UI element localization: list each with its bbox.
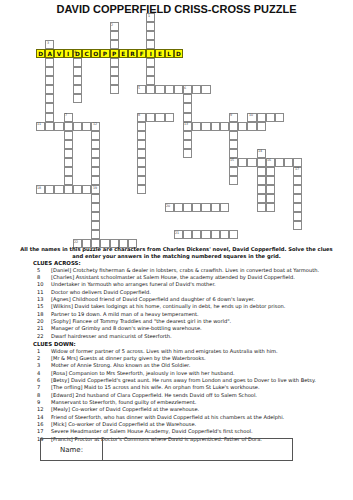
- grid-cell[interactable]: [183, 103, 192, 112]
- grid-cell[interactable]: [293, 221, 302, 230]
- cell-number: 6: [184, 86, 186, 89]
- grid-cell-prefilled: O: [91, 49, 100, 58]
- grid-cell[interactable]: [247, 158, 256, 167]
- grid-cell[interactable]: [73, 185, 82, 194]
- grid-cell-prefilled: R: [128, 49, 137, 58]
- cell-number: 19: [93, 186, 97, 189]
- grid-cell[interactable]: 2: [110, 22, 119, 31]
- grid-cell[interactable]: [183, 94, 192, 103]
- grid-cell[interactable]: [82, 185, 91, 194]
- grid-cell[interactable]: [54, 185, 63, 194]
- grid-cell[interactable]: 10: [247, 113, 256, 122]
- grid-cell-prefilled: C: [82, 49, 91, 58]
- clue-text: [Sophy] Fiancee of Tommy Traddles and "t…: [51, 318, 349, 325]
- grid-cell[interactable]: [238, 122, 247, 131]
- clue-down-7: 7[The orfling] Maid to 15 across and his…: [33, 384, 349, 391]
- grid-cell[interactable]: [64, 131, 73, 140]
- grid-cell[interactable]: [110, 76, 119, 85]
- clue-text: Mother of Annie Strong. Also known as th…: [51, 362, 349, 369]
- grid-cell[interactable]: [146, 76, 155, 85]
- grid-cell[interactable]: [192, 122, 201, 131]
- grid-cell[interactable]: [211, 230, 220, 239]
- clue-number-label: 4: [33, 370, 51, 377]
- name-label: Name:: [41, 439, 103, 460]
- grid-cell[interactable]: [64, 185, 73, 194]
- clue-down-4: 4[Rosa] Companion to Mrs Steerforth, jea…: [33, 370, 349, 377]
- grid-cell[interactable]: [266, 185, 275, 194]
- grid-cell[interactable]: [73, 122, 82, 131]
- grid-cell[interactable]: [64, 122, 73, 131]
- grid-cell[interactable]: [174, 85, 183, 94]
- crisscross-grid: 123DAVI4DCOPPERFIELD56789101112131415161…: [36, 13, 302, 248]
- prefilled-letter: A: [46, 50, 53, 57]
- grid-cell[interactable]: [54, 122, 63, 131]
- grid-cell[interactable]: [266, 113, 275, 122]
- clue-number-label: 11: [33, 289, 51, 296]
- grid-cell[interactable]: [183, 131, 192, 140]
- grid-cell[interactable]: [229, 131, 238, 140]
- clue-down-3: 3Mother of Annie Strong. Also known as t…: [33, 362, 349, 369]
- grid-cell[interactable]: [73, 94, 82, 103]
- grid-cell[interactable]: [257, 203, 266, 212]
- clue-down-17: 17Severe Headmaster of Salem House Acade…: [33, 428, 349, 435]
- grid-cell[interactable]: 13: [183, 122, 192, 131]
- grid-cell[interactable]: [137, 140, 146, 149]
- grid-cell[interactable]: [155, 113, 164, 122]
- clue-down-6: 6[Betsy] David Copperfield's great aunt.…: [33, 377, 349, 384]
- grid-cell[interactable]: [257, 122, 266, 131]
- grid-cell[interactable]: 18: [36, 185, 45, 194]
- grid-cell[interactable]: [45, 94, 54, 103]
- grid-cell[interactable]: [284, 158, 293, 167]
- grid-cell-prefilled: A: [45, 49, 54, 58]
- clue-number-label: 18: [33, 311, 51, 318]
- grid-cell[interactable]: [257, 158, 266, 167]
- cell-number: 8: [138, 113, 140, 116]
- grid-cell[interactable]: 8: [137, 113, 146, 122]
- grid-cell[interactable]: [192, 203, 201, 212]
- clue-number-label: 20: [33, 318, 51, 325]
- prefilled-letter: R: [129, 50, 136, 57]
- clue-number-label: 8: [33, 274, 51, 281]
- grid-cell[interactable]: 19: [91, 185, 100, 194]
- grid-cell[interactable]: [293, 203, 302, 212]
- grid-cell[interactable]: [110, 85, 119, 94]
- prefilled-letter: D: [37, 50, 44, 57]
- grid-cell[interactable]: [91, 158, 100, 167]
- grid-cell[interactable]: [229, 149, 238, 158]
- grid-cell[interactable]: [91, 131, 100, 140]
- clue-across-18: 18Partner to 19 down. A mild man of a he…: [33, 311, 349, 318]
- grid-cell-prefilled: I: [64, 49, 73, 58]
- clue-down-9: 9Manservant to Steerforth, found guilty …: [33, 399, 349, 406]
- cell-number: 16: [267, 158, 271, 161]
- clue-number-label: 2: [33, 355, 51, 362]
- grid-cell[interactable]: [211, 203, 220, 212]
- grid-cell[interactable]: [229, 140, 238, 149]
- grid-cell[interactable]: [266, 176, 275, 185]
- clue-across-5: 5[Daniel] Crotchety fisherman & dealer i…: [33, 267, 349, 274]
- grid-cell-prefilled: 4D: [73, 49, 82, 58]
- instructions-text: All the names in this puzzle are charact…: [18, 246, 335, 261]
- grid-cell[interactable]: [137, 122, 146, 131]
- grid-cell[interactable]: [45, 185, 54, 194]
- grid-cell[interactable]: [110, 31, 119, 40]
- prefilled-letter: I: [147, 50, 154, 57]
- grid-cell[interactable]: [220, 230, 229, 239]
- clue-across-15: 15[Wilkins] David takes lodgings at his …: [33, 303, 349, 310]
- grid-cell-prefilled: L: [165, 49, 174, 58]
- grid-cell-prefilled: P: [100, 49, 109, 58]
- prefilled-letter: P: [101, 50, 108, 57]
- cell-number: 12: [93, 122, 97, 125]
- grid-cell[interactable]: [293, 185, 302, 194]
- grid-cell[interactable]: [174, 203, 183, 212]
- prefilled-letter: D: [74, 50, 81, 57]
- grid-cell[interactable]: [82, 122, 91, 131]
- clue-number-label: 22: [33, 333, 51, 340]
- grid-cell[interactable]: [155, 85, 164, 94]
- cell-number: 10: [249, 113, 253, 116]
- grid-cell[interactable]: [220, 203, 229, 212]
- cell-number: 7: [65, 113, 67, 116]
- clue-number-label: 10: [33, 281, 51, 288]
- clue-text: Doctor who delivers David Copperfield.: [51, 289, 349, 296]
- grid-cell[interactable]: 21: [174, 230, 183, 239]
- grid-cell[interactable]: [165, 85, 174, 94]
- grid-cell[interactable]: [183, 140, 192, 149]
- name-input-area[interactable]: [103, 439, 292, 460]
- grid-cell[interactable]: [229, 167, 238, 176]
- clue-text: Dwarf hairdresser and manicurist of Stee…: [51, 333, 349, 340]
- clue-down-2: 2[Mr & Mrs] Guests at dinner party given…: [33, 355, 349, 362]
- grid-cell[interactable]: [146, 22, 155, 31]
- clue-text: [The orfling] Maid to 15 across and his …: [51, 384, 349, 391]
- grid-cell[interactable]: [45, 58, 54, 67]
- clue-across-22: 22Dwarf hairdresser and manicurist of St…: [33, 333, 349, 340]
- clue-across-10: 10Undertaker in Yarmouth who arranges fu…: [33, 281, 349, 288]
- grid-cell[interactable]: [229, 176, 238, 185]
- grid-cell[interactable]: [183, 149, 192, 158]
- grid-cell[interactable]: 12: [91, 122, 100, 131]
- grid-cell[interactable]: [257, 185, 266, 194]
- clue-down-16: 16[Mick] Co-worker of David Copperfield …: [33, 421, 349, 428]
- clue-down-1: 1Widow of former partner of 5 across. Li…: [33, 348, 349, 355]
- clue-number-label: 6: [33, 377, 51, 384]
- grid-cell[interactable]: [293, 212, 302, 221]
- prefilled-letter: P: [111, 50, 118, 57]
- grid-cell-prefilled: I: [146, 49, 155, 58]
- grid-cell[interactable]: [64, 167, 73, 176]
- cell-number: 1: [148, 14, 150, 17]
- clue-down-14: 14Friend of Steerforth, who has dinner w…: [33, 414, 349, 421]
- grid-cell[interactable]: [146, 40, 155, 49]
- prefilled-letter: V: [55, 50, 62, 57]
- grid-cell[interactable]: [201, 230, 210, 239]
- grid-cell[interactable]: [45, 76, 54, 85]
- grid-cell[interactable]: [137, 149, 146, 158]
- grid-cell[interactable]: [45, 85, 54, 94]
- prefilled-letter: I: [65, 50, 72, 57]
- grid-cell[interactable]: 11: [36, 122, 45, 131]
- clue-down-8: 8[Edward] 2nd husband of Clara Copperfie…: [33, 392, 349, 399]
- grid-cell[interactable]: [137, 158, 146, 167]
- cell-number: 13: [184, 122, 188, 125]
- grid-cell[interactable]: [257, 176, 266, 185]
- grid-cell[interactable]: 17: [293, 167, 302, 176]
- grid-cell[interactable]: [91, 203, 100, 212]
- grid-cell[interactable]: [137, 176, 146, 185]
- cell-number: 14: [258, 149, 262, 152]
- grid-cell[interactable]: [201, 85, 210, 94]
- clue-number-label: 3: [33, 362, 51, 369]
- clue-text: Undertaker in Yarmouth who arranges fune…: [51, 281, 349, 288]
- clue-across-21: 21Manager of Grimby and 8 down's wine-bo…: [33, 325, 349, 332]
- grid-cell[interactable]: [73, 76, 82, 85]
- clue-number-label: 12: [33, 406, 51, 413]
- clue-number-label: 8: [33, 392, 51, 399]
- clue-text: Manservant to Steerforth, found guilty o…: [51, 399, 349, 406]
- clue-number-label: 21: [33, 325, 51, 332]
- grid-cell[interactable]: [146, 31, 155, 40]
- name-box: Name:: [40, 438, 293, 461]
- prefilled-letter: O: [92, 50, 99, 57]
- clue-text: [Mr & Mrs] Guests at dinner party given …: [51, 355, 349, 362]
- grid-cell[interactable]: [201, 122, 210, 131]
- clue-text: [Betsy] David Copperfield's great aunt. …: [51, 377, 349, 384]
- grid-cell[interactable]: [64, 176, 73, 185]
- grid-cell[interactable]: [45, 122, 54, 131]
- grid-cell[interactable]: [73, 85, 82, 94]
- grid-cell[interactable]: [91, 167, 100, 176]
- clue-text: [Daniel] Crotchety fisherman & dealer in…: [51, 267, 349, 274]
- grid-cell-prefilled: F: [137, 49, 146, 58]
- cell-number: 17: [295, 167, 299, 170]
- grid-cell[interactable]: [183, 203, 192, 212]
- grid-cell[interactable]: [165, 113, 174, 122]
- grid-cell[interactable]: [275, 113, 284, 122]
- clue-text: Widow of former partner of 5 across. Liv…: [51, 348, 349, 355]
- clue-down-12: 12[Mealy] Co-worker of David Copperfield…: [33, 406, 349, 413]
- grid-cell[interactable]: [238, 158, 247, 167]
- grid-cell[interactable]: [45, 67, 54, 76]
- grid-cell[interactable]: [137, 185, 146, 194]
- clue-text: Severe Headmaster of Salem House Academy…: [51, 428, 349, 435]
- clue-text: [Wilkins] David takes lodgings at his ho…: [51, 303, 349, 310]
- clue-number-label: 15: [33, 303, 51, 310]
- cell-number: 18: [37, 186, 41, 189]
- grid-cell[interactable]: [45, 113, 54, 122]
- grid-cell[interactable]: [201, 203, 210, 212]
- cell-number: 9: [230, 113, 232, 116]
- cell-number: 3: [47, 41, 49, 44]
- prefilled-letter: F: [138, 50, 145, 57]
- grid-cell[interactable]: [110, 58, 119, 67]
- grid-cell[interactable]: [266, 203, 275, 212]
- grid-cell-prefilled: E: [119, 49, 128, 58]
- prefilled-letter: E: [120, 50, 127, 57]
- grid-cell[interactable]: [211, 122, 220, 131]
- clue-text: [Rosa] Companion to Mrs Steerforth, jeal…: [51, 370, 349, 377]
- grid-cell[interactable]: [293, 194, 302, 203]
- grid-cell[interactable]: 5: [137, 85, 146, 94]
- grid-cell[interactable]: [110, 67, 119, 76]
- grid-cell[interactable]: [293, 176, 302, 185]
- clues-down-header: CLUES DOWN:: [33, 341, 76, 347]
- grid-cell[interactable]: [183, 113, 192, 122]
- grid-cell[interactable]: [91, 194, 100, 203]
- grid-cell[interactable]: 1: [146, 13, 155, 22]
- cell-number: 2: [111, 23, 113, 26]
- clue-number-label: 5: [33, 267, 51, 274]
- cell-number: 22: [74, 240, 78, 243]
- grid-cell[interactable]: [229, 230, 238, 239]
- grid-cell[interactable]: [266, 167, 275, 176]
- clues-across-list: 5[Daniel] Crotchety fisherman & dealer i…: [33, 267, 349, 340]
- grid-cell[interactable]: 20: [165, 203, 174, 212]
- grid-cell[interactable]: [293, 158, 302, 167]
- clue-number-label: 1: [33, 348, 51, 355]
- grid-cell[interactable]: [146, 113, 155, 122]
- clue-text: Friend of Steerforth, who has dinner wit…: [51, 414, 349, 421]
- grid-cell-prefilled: D: [36, 49, 45, 58]
- grid-cell[interactable]: 3: [45, 40, 54, 49]
- grid-cell[interactable]: [257, 113, 266, 122]
- clues-down-list: 1Widow of former partner of 5 across. Li…: [33, 348, 349, 443]
- clue-across-11: 11Doctor who delivers David Copperfield.: [33, 289, 349, 296]
- clue-text: [Edward] 2nd husband of Clara Copperfiel…: [51, 392, 349, 399]
- grid-cell[interactable]: [146, 58, 155, 67]
- grid-cell[interactable]: [192, 85, 201, 94]
- clue-number-label: 16: [33, 421, 51, 428]
- prefilled-letter: C: [83, 50, 90, 57]
- clue-number-label: 7: [33, 384, 51, 391]
- grid-cell[interactable]: [275, 158, 284, 167]
- grid-cell[interactable]: [110, 40, 119, 49]
- clue-text: Manager of Grimby and 8 down's wine-bott…: [51, 325, 349, 332]
- clue-number-label: 13: [33, 296, 51, 303]
- grid-cell[interactable]: [257, 167, 266, 176]
- grid-cell[interactable]: [137, 167, 146, 176]
- grid-cell[interactable]: [64, 140, 73, 149]
- grid-cell[interactable]: 7: [64, 113, 73, 122]
- grid-cell[interactable]: [91, 140, 100, 149]
- clue-number-label: 9: [33, 399, 51, 406]
- prefilled-letter: D: [175, 50, 182, 57]
- grid-cell[interactable]: [91, 230, 100, 239]
- grid-cell[interactable]: [64, 149, 73, 158]
- grid-cell[interactable]: [91, 212, 100, 221]
- prefilled-letter: L: [166, 50, 173, 57]
- grid-cell-prefilled: P: [110, 49, 119, 58]
- clue-text: [Mick] Co-worker of David Copperfield at…: [51, 421, 349, 428]
- cell-number: 5: [138, 86, 140, 89]
- grid-cell[interactable]: [220, 122, 229, 131]
- grid-cell[interactable]: 14: [257, 149, 266, 158]
- cell-number: 21: [175, 231, 179, 234]
- prefilled-letter: E: [156, 50, 163, 57]
- grid-cell-prefilled: D: [174, 49, 183, 58]
- cell-number: 15: [230, 158, 234, 161]
- grid-cell[interactable]: [73, 58, 82, 67]
- cell-number: 20: [166, 204, 170, 207]
- grid-cell[interactable]: [73, 67, 82, 76]
- grid-cell-prefilled: V: [54, 49, 63, 58]
- clue-across-13: 13[Agnes] Childhood friend of David Copp…: [33, 296, 349, 303]
- grid-cell[interactable]: [91, 176, 100, 185]
- grid-cell[interactable]: [64, 158, 73, 167]
- clue-number-label: 14: [33, 414, 51, 421]
- grid-cell[interactable]: 6: [183, 85, 192, 94]
- clues-across-header: CLUES ACROSS:: [33, 260, 81, 266]
- grid-cell[interactable]: [266, 194, 275, 203]
- grid-cell[interactable]: [45, 103, 54, 112]
- grid-cell[interactable]: 9: [229, 113, 238, 122]
- clue-text: [Charles] Assistant schoolmaster at Sale…: [51, 274, 349, 281]
- grid-cell[interactable]: 15: [229, 158, 238, 167]
- clue-text: [Agnes] Childhood friend of David Copper…: [51, 296, 349, 303]
- grid-cell[interactable]: [192, 230, 201, 239]
- grid-cell[interactable]: [247, 122, 256, 131]
- grid-cell[interactable]: [137, 131, 146, 140]
- grid-cell[interactable]: [146, 67, 155, 76]
- clue-number-label: 17: [33, 428, 51, 435]
- grid-cell[interactable]: [91, 149, 100, 158]
- grid-cell[interactable]: [257, 194, 266, 203]
- clue-text: Partner to 19 down. A mild man of a heav…: [51, 311, 349, 318]
- cell-number: 11: [37, 122, 41, 125]
- grid-cell[interactable]: 16: [266, 158, 275, 167]
- grid-cell[interactable]: [229, 122, 238, 131]
- grid-cell[interactable]: [91, 221, 100, 230]
- clue-across-20: 20[Sophy] Fiancee of Tommy Traddles and …: [33, 318, 349, 325]
- clue-across-8: 8[Charles] Assistant schoolmaster at Sal…: [33, 274, 349, 281]
- grid-cell[interactable]: [146, 85, 155, 94]
- grid-cell-prefilled: E: [155, 49, 164, 58]
- clue-text: [Mealy] Co-worker of David Copperfield a…: [51, 406, 349, 413]
- grid-cell[interactable]: [183, 230, 192, 239]
